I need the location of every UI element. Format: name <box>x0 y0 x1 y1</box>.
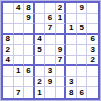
cell-r6c4-empty[interactable] <box>35 56 46 67</box>
cell-r6c3-empty[interactable] <box>24 56 35 67</box>
cell-r9c2-given: 7 <box>14 87 25 98</box>
cell-r4c3-empty[interactable] <box>24 35 35 46</box>
cell-r3c5-given: 7 <box>45 24 56 35</box>
cell-r1c3-given: 8 <box>24 3 35 14</box>
cell-r2c2-empty[interactable] <box>14 14 25 25</box>
cell-r1c6-given: 2 <box>56 3 67 14</box>
cell-r2c3-given: 9 <box>24 14 35 25</box>
cell-r4c5-empty[interactable] <box>45 35 56 46</box>
cell-r8c7-given: 3 <box>66 77 77 88</box>
cell-r1c9-empty[interactable] <box>87 3 98 14</box>
cell-r5c7-empty[interactable] <box>66 45 77 56</box>
cell-r8c6-empty[interactable] <box>56 77 67 88</box>
cell-r6c6-given: 7 <box>56 56 67 67</box>
cell-r3c8-given: 5 <box>77 24 88 35</box>
cell-r2c9-empty[interactable] <box>87 14 98 25</box>
cell-r2c6-given: 1 <box>56 14 67 25</box>
cell-r5c3-empty[interactable] <box>24 45 35 56</box>
cell-r7c6-empty[interactable] <box>56 66 67 77</box>
cell-r3c1-empty[interactable] <box>3 24 14 35</box>
sudoku-board: 482996171584625934721632937186 <box>1 1 100 100</box>
cell-r4c1-given: 8 <box>3 35 14 46</box>
cell-r6c2-empty[interactable] <box>14 56 25 67</box>
cell-r9c5-empty[interactable] <box>45 87 56 98</box>
cell-r1c8-given: 9 <box>77 3 88 14</box>
cell-r7c4-empty[interactable] <box>35 66 46 77</box>
cell-r3c3-empty[interactable] <box>24 24 35 35</box>
cell-r3c6-empty[interactable] <box>56 24 67 35</box>
cell-r6c8-empty[interactable] <box>77 56 88 67</box>
cell-r9c3-empty[interactable] <box>24 87 35 98</box>
cell-r2c1-empty[interactable] <box>3 14 14 25</box>
cell-r6c7-empty[interactable] <box>66 56 77 67</box>
cell-r9c4-given: 1 <box>35 87 46 98</box>
cell-r5c8-empty[interactable] <box>77 45 88 56</box>
cell-r9c1-empty[interactable] <box>3 87 14 98</box>
cell-r4c9-given: 6 <box>87 35 98 46</box>
cell-r1c2-given: 4 <box>14 3 25 14</box>
cell-r3c2-empty[interactable] <box>14 24 25 35</box>
cell-r5c4-given: 5 <box>35 45 46 56</box>
cell-r5c2-empty[interactable] <box>14 45 25 56</box>
cell-r4c4-given: 4 <box>35 35 46 46</box>
cell-r5c5-empty[interactable] <box>45 45 56 56</box>
cell-r8c4-given: 2 <box>35 77 46 88</box>
cell-r1c5-empty[interactable] <box>45 3 56 14</box>
cell-r1c4-empty[interactable] <box>35 3 46 14</box>
cell-r6c1-given: 4 <box>3 56 14 67</box>
cell-r9c8-given: 6 <box>77 87 88 98</box>
cell-r7c5-given: 3 <box>45 66 56 77</box>
cell-r7c2-given: 1 <box>14 66 25 77</box>
cell-r6c5-empty[interactable] <box>45 56 56 67</box>
cell-r7c1-empty[interactable] <box>3 66 14 77</box>
cell-r8c9-empty[interactable] <box>87 77 98 88</box>
cell-r4c8-empty[interactable] <box>77 35 88 46</box>
cell-r3c4-empty[interactable] <box>35 24 46 35</box>
cell-r4c7-empty[interactable] <box>66 35 77 46</box>
cell-r6c9-given: 2 <box>87 56 98 67</box>
cell-r1c1-empty[interactable] <box>3 3 14 14</box>
cell-r8c3-empty[interactable] <box>24 77 35 88</box>
cell-r3c7-given: 1 <box>66 24 77 35</box>
cell-r8c1-empty[interactable] <box>3 77 14 88</box>
cell-r7c7-empty[interactable] <box>66 66 77 77</box>
cell-r1c7-empty[interactable] <box>66 3 77 14</box>
cell-r4c2-empty[interactable] <box>14 35 25 46</box>
cell-r9c7-given: 8 <box>66 87 77 98</box>
cell-r3c9-empty[interactable] <box>87 24 98 35</box>
cell-r2c4-empty[interactable] <box>35 14 46 25</box>
cell-r8c8-empty[interactable] <box>77 77 88 88</box>
cell-r9c9-empty[interactable] <box>87 87 98 98</box>
cell-r7c8-empty[interactable] <box>77 66 88 77</box>
page-background: 482996171584625934721632937186 <box>0 0 101 101</box>
cell-r7c9-empty[interactable] <box>87 66 98 77</box>
cell-r9c6-empty[interactable] <box>56 87 67 98</box>
cell-r7c3-given: 6 <box>24 66 35 77</box>
cell-r4c6-empty[interactable] <box>56 35 67 46</box>
cell-r8c2-empty[interactable] <box>14 77 25 88</box>
cell-r8c5-given: 9 <box>45 77 56 88</box>
